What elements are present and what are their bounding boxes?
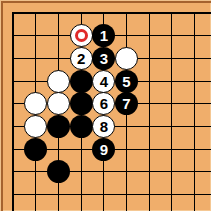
stone-black[interactable]: [70, 70, 93, 93]
stone-black[interactable]: [70, 115, 93, 138]
go-board[interactable]: 123456789: [0, 0, 211, 211]
stone-number: 9: [100, 142, 108, 157]
stone-black[interactable]: [47, 115, 70, 138]
stone-white[interactable]: 4: [92, 70, 115, 93]
stone-number: 7: [122, 96, 130, 111]
stone-black[interactable]: 5: [115, 70, 138, 93]
stone-black[interactable]: 9: [92, 138, 115, 161]
stone-number: 8: [100, 119, 108, 134]
stone-number: 1: [100, 28, 108, 43]
stone-white[interactable]: [47, 70, 70, 93]
stone-white[interactable]: [70, 24, 93, 47]
stone-number: 6: [100, 96, 108, 111]
stone-number: 3: [100, 51, 108, 66]
stone-number: 5: [122, 74, 130, 89]
stone-white[interactable]: [115, 47, 138, 70]
stone-number: 2: [77, 51, 85, 66]
stone-black[interactable]: [70, 92, 93, 115]
circle-marker-icon: [75, 29, 88, 42]
stone-number: 4: [100, 74, 108, 89]
stone-white[interactable]: 2: [70, 47, 93, 70]
stone-black[interactable]: [24, 138, 47, 161]
